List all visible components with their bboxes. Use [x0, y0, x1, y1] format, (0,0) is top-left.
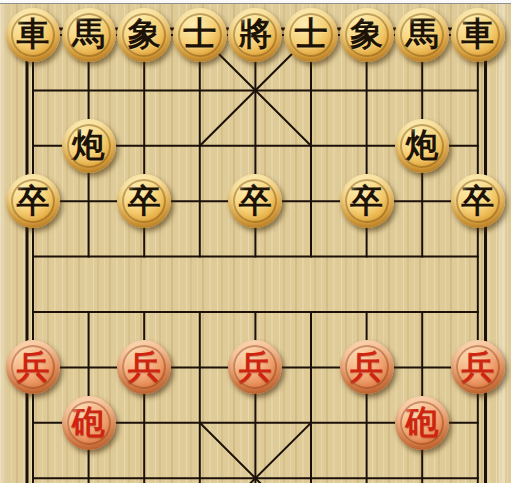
- piece-character: 卒: [16, 184, 49, 217]
- piece-black-horse[interactable]: 馬: [62, 8, 116, 62]
- piece-character: 卒: [128, 184, 161, 217]
- piece-red-cannon[interactable]: 砲: [62, 396, 116, 450]
- piece-black-cannon[interactable]: 炮: [62, 119, 116, 173]
- piece-black-soldier[interactable]: 卒: [6, 174, 60, 228]
- piece-character: 將: [239, 17, 272, 50]
- piece-character: 卒: [461, 184, 494, 217]
- piece-black-chariot[interactable]: 車: [6, 8, 60, 62]
- piece-character: 炮: [72, 128, 105, 161]
- piece-red-soldier[interactable]: 兵: [228, 340, 282, 394]
- piece-character: 象: [128, 17, 161, 50]
- piece-black-cannon[interactable]: 炮: [395, 119, 449, 173]
- piece-character: 炮: [406, 128, 439, 161]
- piece-black-soldier[interactable]: 卒: [228, 174, 282, 228]
- piece-character: 卒: [239, 184, 272, 217]
- piece-black-soldier[interactable]: 卒: [340, 174, 394, 228]
- piece-red-soldier[interactable]: 兵: [340, 340, 394, 394]
- piece-black-horse[interactable]: 馬: [395, 8, 449, 62]
- piece-character: 士: [294, 17, 327, 50]
- piece-character: 車: [461, 17, 494, 50]
- piece-character: 兵: [461, 350, 494, 383]
- piece-character: 兵: [239, 350, 272, 383]
- piece-character: 砲: [72, 405, 105, 438]
- piece-black-advisor[interactable]: 士: [284, 8, 338, 62]
- piece-black-chariot[interactable]: 車: [451, 8, 505, 62]
- piece-character: 士: [183, 17, 216, 50]
- piece-character: 馬: [406, 17, 439, 50]
- piece-character: 兵: [16, 350, 49, 383]
- piece-black-general[interactable]: 將: [228, 8, 282, 62]
- pieces-grid: 車馬象士將士象馬車炮炮卒卒卒卒卒兵兵兵兵兵砲砲: [5, 7, 505, 483]
- piece-black-elephant[interactable]: 象: [340, 8, 394, 62]
- xiangqi-board[interactable]: 車馬象士將士象馬車炮炮卒卒卒卒卒兵兵兵兵兵砲砲: [0, 0, 511, 483]
- piece-black-advisor[interactable]: 士: [173, 8, 227, 62]
- piece-black-elephant[interactable]: 象: [117, 8, 171, 62]
- piece-black-soldier[interactable]: 卒: [117, 174, 171, 228]
- piece-character: 兵: [350, 350, 383, 383]
- piece-red-soldier[interactable]: 兵: [117, 340, 171, 394]
- piece-red-cannon[interactable]: 砲: [395, 396, 449, 450]
- xiangqi-app-screen: 車馬象士將士象馬車炮炮卒卒卒卒卒兵兵兵兵兵砲砲: [0, 0, 511, 483]
- piece-character: 兵: [128, 350, 161, 383]
- piece-red-soldier[interactable]: 兵: [6, 340, 60, 394]
- piece-black-soldier[interactable]: 卒: [451, 174, 505, 228]
- piece-character: 馬: [72, 17, 105, 50]
- piece-character: 砲: [406, 405, 439, 438]
- piece-red-soldier[interactable]: 兵: [451, 340, 505, 394]
- piece-character: 車: [16, 17, 49, 50]
- piece-character: 卒: [350, 184, 383, 217]
- window-edge-strip: [0, 0, 511, 4]
- piece-character: 象: [350, 17, 383, 50]
